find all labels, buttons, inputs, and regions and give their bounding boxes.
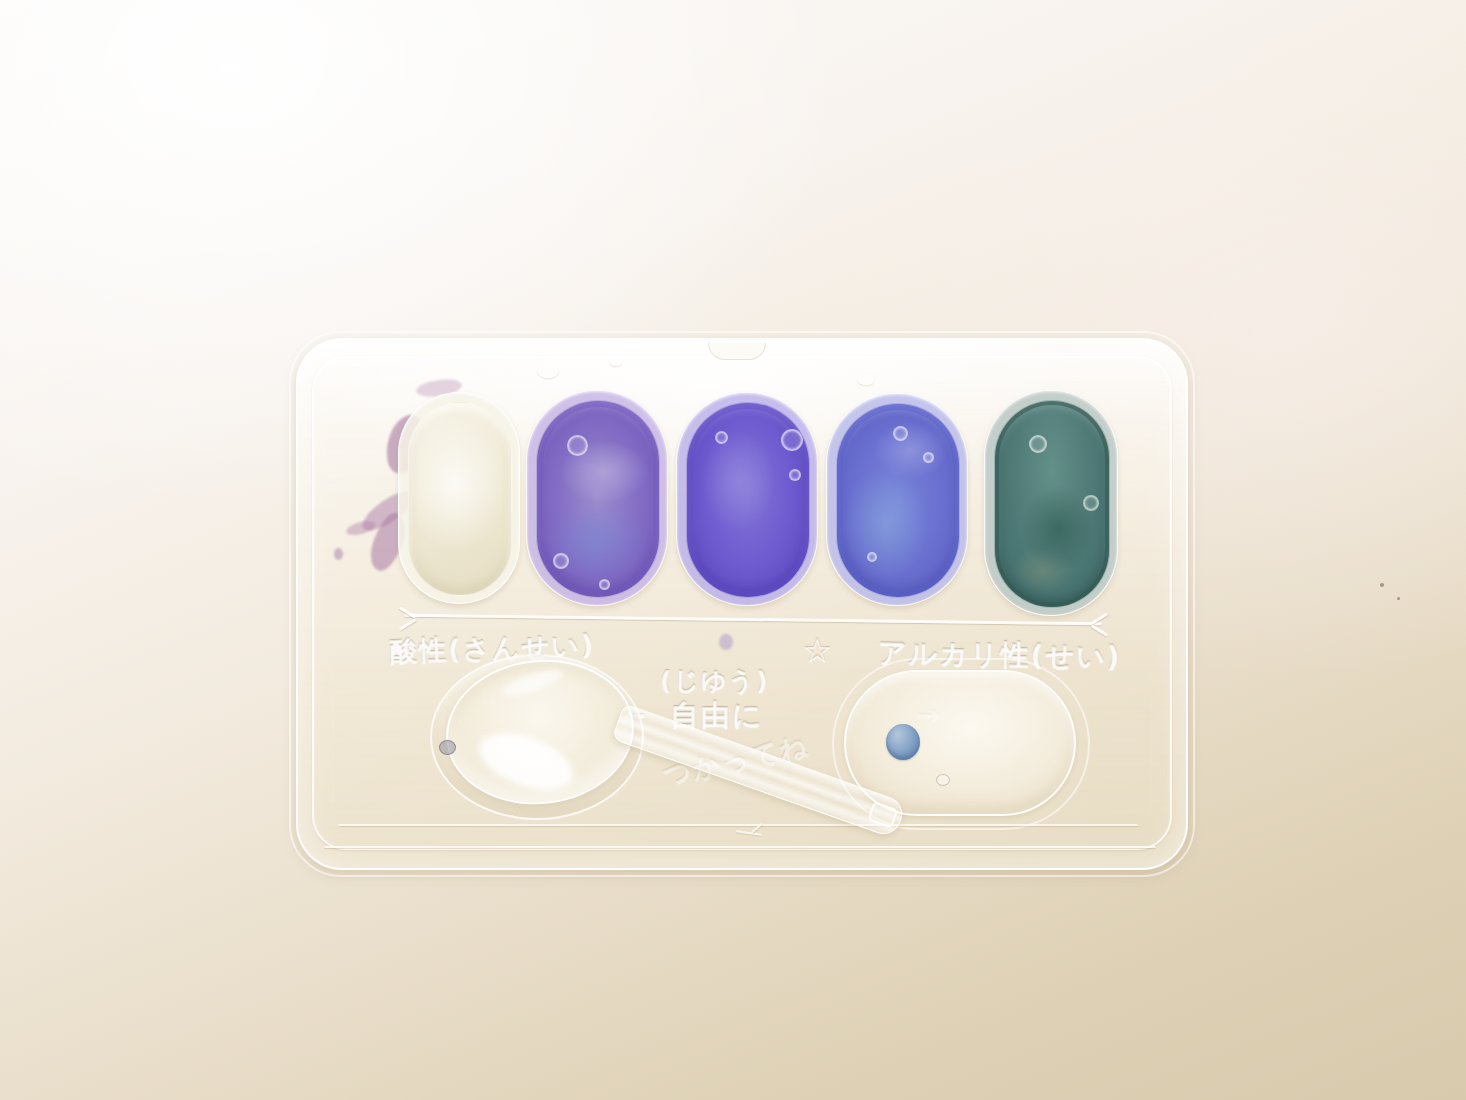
indicator-well-5-teal [984,390,1118,616]
gel-bubble [599,579,610,590]
plastic-tray: 酸性(さんせい) アルカリ性(せい) ☆ (じゆう) ← 自由に → つかってね [296,338,1188,870]
tray-tab-notch [708,343,766,360]
gel-bubble [567,435,588,456]
gel-bubble [1083,495,1099,511]
gel-bubble [867,552,877,562]
gel-bubble [715,431,728,444]
dye-stain [719,634,733,650]
gel-bubble [923,452,934,463]
tiny-droplet [936,774,950,786]
blue-gel [836,403,960,598]
spoon-specular-streak [500,665,566,700]
tray-ridge-line [324,846,1156,848]
violet-gel [686,402,810,598]
teal-gel [994,400,1110,608]
indicator-well-2-purple [526,390,668,606]
gel-bubble [1029,435,1047,453]
indicator-well-4-blue [826,393,968,606]
empty-well-surface [408,402,512,596]
water-droplet [610,356,622,366]
dust-speck [1380,583,1384,587]
spoon-specular-highlight [472,722,581,801]
dye-stain [334,548,343,560]
indicator-well-3-violet [676,392,818,606]
blue-droplet [886,724,920,760]
spoon-handle-tip [867,801,898,829]
gel-bubble [789,469,801,481]
spoon-residue-dot [439,740,456,755]
purple-gel [536,400,660,598]
water-droplet [538,364,558,378]
water-droplet [858,374,874,385]
star-mark: ☆ [802,630,834,670]
gel-bubble [553,553,569,569]
dust-speck [1397,597,1400,600]
tray-ridge-line [338,824,1138,826]
gel-bubble [781,429,803,451]
indicator-well-1-empty [398,392,520,604]
free-use-reading: (じゆう) [660,664,770,697]
photo-background: 酸性(さんせい) アルカリ性(せい) ☆ (じゆう) ← 自由に → つかってね [0,0,1466,1100]
gel-bubble [893,426,908,441]
